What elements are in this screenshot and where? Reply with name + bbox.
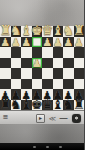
play-icon: ▸ bbox=[39, 115, 42, 121]
square-b7[interactable]: ♟ bbox=[63, 89, 74, 100]
black-bishop: ♝ bbox=[20, 98, 32, 112]
square-f8[interactable]: ♝ bbox=[21, 100, 32, 111]
square-d6[interactable] bbox=[42, 79, 53, 90]
square-d4[interactable] bbox=[42, 58, 53, 69]
square-h2[interactable]: ♟ bbox=[0, 37, 11, 48]
square-e3[interactable] bbox=[32, 47, 43, 58]
square-h6[interactable] bbox=[0, 79, 11, 90]
toolbar: ≡ ▸ ≪ — bbox=[0, 110, 84, 124]
square-a6[interactable] bbox=[74, 79, 85, 90]
white-knight: ♞ bbox=[62, 24, 74, 38]
square-e2[interactable] bbox=[32, 37, 43, 48]
square-c6[interactable] bbox=[53, 79, 64, 90]
play-button[interactable]: ▸ bbox=[36, 114, 45, 123]
square-h4[interactable] bbox=[0, 58, 11, 69]
square-f4[interactable] bbox=[21, 58, 32, 69]
square-e5[interactable] bbox=[32, 68, 43, 79]
square-e6[interactable] bbox=[32, 79, 43, 90]
square-b1[interactable]: ♞ bbox=[63, 26, 74, 37]
square-d1[interactable]: ♛ bbox=[42, 26, 53, 37]
square-a8[interactable]: ♜ bbox=[74, 100, 85, 111]
square-g8[interactable]: ♞ bbox=[11, 100, 22, 111]
square-c8[interactable]: ♝ bbox=[53, 100, 64, 111]
white-knight: ♞ bbox=[10, 24, 22, 38]
square-b3[interactable] bbox=[63, 47, 74, 58]
gear-icon bbox=[72, 114, 81, 123]
white-king: ♚ bbox=[31, 24, 43, 38]
white-bishop: ♝ bbox=[20, 24, 32, 38]
square-d2[interactable]: ♟ bbox=[42, 37, 53, 48]
square-c2[interactable]: ♟ bbox=[53, 37, 64, 48]
square-a3[interactable] bbox=[74, 47, 85, 58]
white-queen: ♛ bbox=[41, 24, 53, 38]
square-e4[interactable]: ♟ bbox=[32, 58, 43, 69]
square-h5[interactable] bbox=[0, 68, 11, 79]
settings-button[interactable] bbox=[71, 113, 81, 123]
square-f2[interactable]: ♟ bbox=[21, 37, 32, 48]
square-e1[interactable]: ♚ bbox=[32, 26, 43, 37]
black-queen: ♛ bbox=[41, 98, 53, 112]
square-c1[interactable]: ♝ bbox=[53, 26, 64, 37]
square-f6[interactable] bbox=[21, 79, 32, 90]
phone-screen: ♜♞♝♚♛♝♞♜♟♟♟♟♟♟♟♟♟♟♟♟♟♟♟♟♜♞♝♚♛♝♞♜ ≡ ▸ ≪ — bbox=[0, 0, 84, 150]
square-a7[interactable]: ♟ bbox=[74, 89, 85, 100]
square-d5[interactable] bbox=[42, 68, 53, 79]
square-h7[interactable]: ♟ bbox=[0, 89, 11, 100]
hide-button[interactable]: — bbox=[58, 114, 69, 123]
square-h3[interactable] bbox=[0, 47, 11, 58]
white-bishop: ♝ bbox=[52, 24, 64, 38]
chess-board: ♜♞♝♚♛♝♞♜♟♟♟♟♟♟♟♟♟♟♟♟♟♟♟♟♜♞♝♚♛♝♞♜ bbox=[0, 26, 84, 110]
square-g1[interactable]: ♞ bbox=[11, 26, 22, 37]
square-g3[interactable] bbox=[11, 47, 22, 58]
white-rook: ♜ bbox=[73, 24, 84, 38]
square-a5[interactable] bbox=[74, 68, 85, 79]
nav-dot[interactable] bbox=[59, 146, 62, 148]
minus-icon: — bbox=[60, 114, 68, 122]
black-bishop: ♝ bbox=[52, 98, 64, 112]
square-f3[interactable] bbox=[21, 47, 32, 58]
black-knight: ♞ bbox=[10, 98, 22, 112]
square-b8[interactable]: ♞ bbox=[63, 100, 74, 111]
square-d7[interactable]: ♟ bbox=[42, 89, 53, 100]
square-f5[interactable] bbox=[21, 68, 32, 79]
square-g5[interactable] bbox=[11, 68, 22, 79]
square-g2[interactable]: ♟ bbox=[11, 37, 22, 48]
rewind-icon: ≪ bbox=[49, 115, 55, 122]
square-c3[interactable] bbox=[53, 47, 64, 58]
square-b6[interactable] bbox=[63, 79, 74, 90]
nav-dot[interactable] bbox=[33, 146, 36, 148]
black-rook: ♜ bbox=[73, 98, 84, 112]
nav-dot[interactable] bbox=[46, 146, 49, 148]
square-e8[interactable]: ♚ bbox=[32, 100, 43, 111]
square-f1[interactable]: ♝ bbox=[21, 26, 32, 37]
square-g6[interactable] bbox=[11, 79, 22, 90]
square-h8[interactable]: ♜ bbox=[0, 100, 11, 111]
black-knight: ♞ bbox=[62, 98, 74, 112]
square-b5[interactable] bbox=[63, 68, 74, 79]
square-d3[interactable] bbox=[42, 47, 53, 58]
square-g7[interactable]: ♟ bbox=[11, 89, 22, 100]
square-e7[interactable]: ♟ bbox=[32, 89, 43, 100]
rewind-button[interactable]: ≪ bbox=[47, 114, 57, 123]
wall-background-top bbox=[0, 0, 84, 26]
square-d8[interactable]: ♛ bbox=[42, 100, 53, 111]
android-nav-bar bbox=[0, 143, 84, 150]
wall-background-bottom bbox=[0, 124, 84, 143]
square-b4[interactable] bbox=[63, 58, 74, 69]
square-a4[interactable] bbox=[74, 58, 85, 69]
black-king: ♚ bbox=[31, 98, 43, 112]
square-a1[interactable]: ♜ bbox=[74, 26, 85, 37]
square-f7[interactable]: ♟ bbox=[21, 89, 32, 100]
square-c5[interactable] bbox=[53, 68, 64, 79]
square-g4[interactable] bbox=[11, 58, 22, 69]
square-c4[interactable] bbox=[53, 58, 64, 69]
square-h1[interactable]: ♜ bbox=[0, 26, 11, 37]
square-a2[interactable]: ♟ bbox=[74, 37, 85, 48]
menu-icon[interactable]: ≡ bbox=[2, 113, 9, 122]
square-b2[interactable]: ♟ bbox=[63, 37, 74, 48]
square-c7[interactable]: ♟ bbox=[53, 89, 64, 100]
